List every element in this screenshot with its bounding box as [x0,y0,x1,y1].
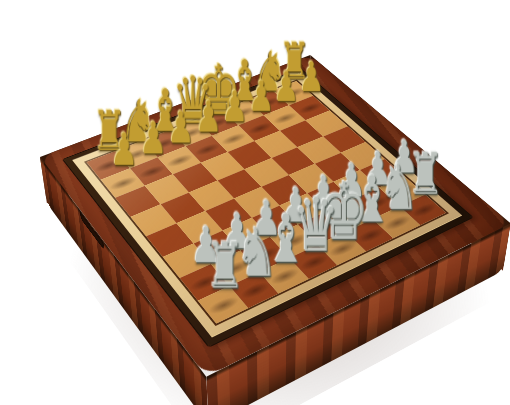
piece-white-rook-a1: ♜ [192,223,259,307]
photo-scene: ♜♞♝♛♚♝♞♜♟♟♟♟♟♟♟♟♟♟♟♟♟♟♟♟♜♞♝♛♚♝♞♜ [0,0,510,405]
piece-black-pawn-a7: ♟ [95,110,154,184]
chess-box-assembly: ♜♞♝♛♚♝♞♜♟♟♟♟♟♟♟♟♟♟♟♟♟♟♟♟♜♞♝♛♚♝♞♜ [40,55,510,377]
